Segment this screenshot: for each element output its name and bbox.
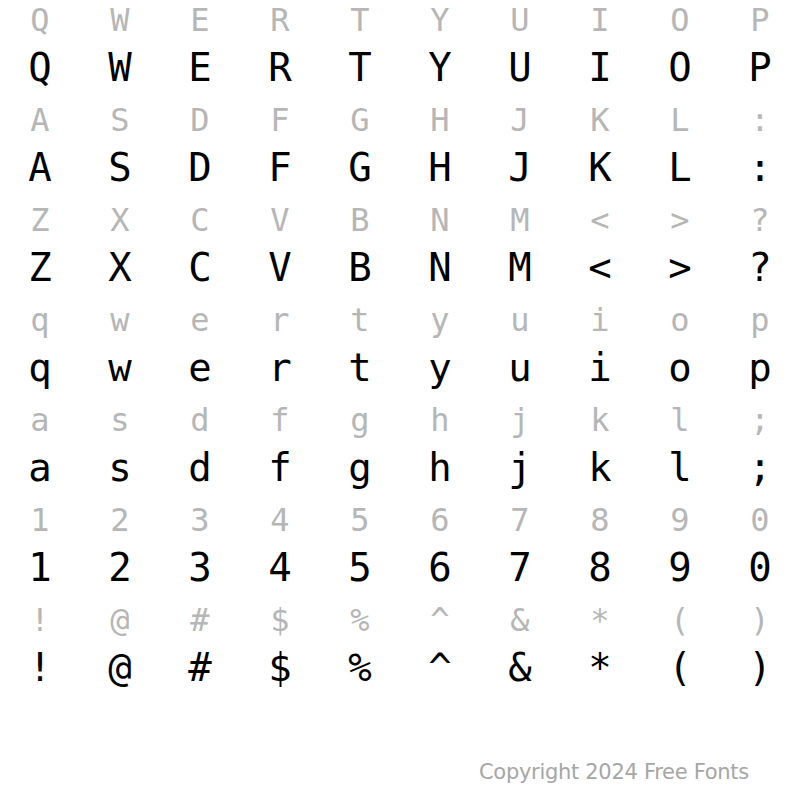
glyph-cell: g: [320, 400, 400, 440]
glyph-cell: k: [560, 440, 640, 500]
glyph-cell: I: [560, 40, 640, 100]
glyph-cell: G: [320, 140, 400, 200]
glyph-cell: j: [480, 440, 560, 500]
glyph-cell: K: [560, 140, 640, 200]
glyph-cell: t: [320, 300, 400, 340]
glyph-cell: H: [400, 100, 480, 140]
glyph-cell: 6: [400, 540, 480, 600]
glyph-cell: 1: [0, 540, 80, 600]
glyph-cell: k: [560, 400, 640, 440]
character-row-pair: qwertyuiopqwertyuiop: [0, 300, 800, 400]
glyph-cell: M: [480, 200, 560, 240]
character-row-large-black: ZXCVBNM<>?: [0, 240, 800, 300]
glyph-cell: I: [560, 0, 640, 40]
glyph-cell: w: [80, 300, 160, 340]
glyph-cell: R: [240, 40, 320, 100]
glyph-cell: N: [400, 200, 480, 240]
glyph-cell: Z: [0, 200, 80, 240]
character-row-pair: QWERTYUIOPQWERTYUIOP: [0, 0, 800, 100]
glyph-cell: 5: [320, 500, 400, 540]
glyph-cell: y: [400, 340, 480, 400]
glyph-cell: 7: [480, 500, 560, 540]
glyph-cell: Z: [0, 240, 80, 300]
character-row-small-gray: 1234567890: [0, 500, 800, 540]
glyph-cell: F: [240, 100, 320, 140]
glyph-cell: K: [560, 100, 640, 140]
glyph-cell: $: [240, 640, 320, 700]
glyph-cell: L: [640, 100, 720, 140]
glyph-cell: L: [640, 140, 720, 200]
glyph-cell: y: [400, 300, 480, 340]
character-row-small-gray: !@#$%^&*(): [0, 600, 800, 640]
glyph-cell: *: [560, 640, 640, 700]
character-row-pair: ASDFGHJKL:ASDFGHJKL:: [0, 100, 800, 200]
glyph-cell: ;: [720, 440, 800, 500]
glyph-cell: 0: [720, 500, 800, 540]
glyph-cell: P: [720, 40, 800, 100]
glyph-cell: u: [480, 340, 560, 400]
glyph-cell: a: [0, 440, 80, 500]
glyph-cell: :: [720, 100, 800, 140]
glyph-cell: >: [640, 200, 720, 240]
font-specimen-grid: QWERTYUIOPQWERTYUIOPASDFGHJKL:ASDFGHJKL:…: [0, 0, 800, 700]
character-row-small-gray: QWERTYUIOP: [0, 0, 800, 40]
glyph-cell: ;: [720, 400, 800, 440]
glyph-cell: H: [400, 140, 480, 200]
glyph-cell: r: [240, 340, 320, 400]
glyph-cell: &: [480, 640, 560, 700]
character-row-small-gray: ASDFGHJKL:: [0, 100, 800, 140]
glyph-cell: D: [160, 140, 240, 200]
glyph-cell: &: [480, 600, 560, 640]
glyph-cell: g: [320, 440, 400, 500]
glyph-cell: :: [720, 140, 800, 200]
glyph-cell: d: [160, 440, 240, 500]
glyph-cell: A: [0, 100, 80, 140]
glyph-cell: G: [320, 100, 400, 140]
glyph-cell: R: [240, 0, 320, 40]
character-row-small-gray: asdfghjkl;: [0, 400, 800, 440]
glyph-cell: 7: [480, 540, 560, 600]
glyph-cell: X: [80, 240, 160, 300]
glyph-cell: ): [720, 640, 800, 700]
glyph-cell: P: [720, 0, 800, 40]
glyph-cell: D: [160, 100, 240, 140]
character-row-small-gray: ZXCVBNM<>?: [0, 200, 800, 240]
glyph-cell: u: [480, 300, 560, 340]
glyph-cell: O: [640, 0, 720, 40]
glyph-cell: @: [80, 600, 160, 640]
glyph-cell: %: [320, 600, 400, 640]
character-row-large-black: !@#$%^&*(): [0, 640, 800, 700]
glyph-cell: E: [160, 0, 240, 40]
glyph-cell: W: [80, 40, 160, 100]
font-specimen-page: QWERTYUIOPQWERTYUIOPASDFGHJKL:ASDFGHJKL:…: [0, 0, 800, 800]
glyph-cell: ^: [400, 640, 480, 700]
glyph-cell: ): [720, 600, 800, 640]
glyph-cell: X: [80, 200, 160, 240]
glyph-cell: e: [160, 300, 240, 340]
glyph-cell: V: [240, 240, 320, 300]
glyph-cell: e: [160, 340, 240, 400]
glyph-cell: F: [240, 140, 320, 200]
glyph-cell: h: [400, 400, 480, 440]
glyph-cell: U: [480, 40, 560, 100]
glyph-cell: M: [480, 240, 560, 300]
glyph-cell: *: [560, 600, 640, 640]
glyph-cell: ^: [400, 600, 480, 640]
glyph-cell: q: [0, 300, 80, 340]
glyph-cell: B: [320, 200, 400, 240]
glyph-cell: A: [0, 140, 80, 200]
glyph-cell: 2: [80, 500, 160, 540]
glyph-cell: U: [480, 0, 560, 40]
glyph-cell: V: [240, 200, 320, 240]
glyph-cell: ?: [720, 200, 800, 240]
glyph-cell: 3: [160, 540, 240, 600]
glyph-cell: W: [80, 0, 160, 40]
glyph-cell: C: [160, 200, 240, 240]
glyph-cell: o: [640, 300, 720, 340]
character-row-pair: asdfghjkl;asdfghjkl;: [0, 400, 800, 500]
glyph-cell: !: [0, 600, 80, 640]
glyph-cell: #: [160, 600, 240, 640]
glyph-cell: 9: [640, 500, 720, 540]
glyph-cell: w: [80, 340, 160, 400]
glyph-cell: Y: [400, 40, 480, 100]
glyph-cell: 9: [640, 540, 720, 600]
glyph-cell: C: [160, 240, 240, 300]
character-row-pair: 12345678901234567890: [0, 500, 800, 600]
glyph-cell: 8: [560, 540, 640, 600]
glyph-cell: ?: [720, 240, 800, 300]
glyph-cell: J: [480, 100, 560, 140]
glyph-cell: i: [560, 300, 640, 340]
glyph-cell: a: [0, 400, 80, 440]
glyph-cell: #: [160, 640, 240, 700]
glyph-cell: o: [640, 340, 720, 400]
glyph-cell: 6: [400, 500, 480, 540]
character-row-large-black: asdfghjkl;: [0, 440, 800, 500]
glyph-cell: <: [560, 200, 640, 240]
glyph-cell: <: [560, 240, 640, 300]
glyph-cell: O: [640, 40, 720, 100]
glyph-cell: %: [320, 640, 400, 700]
glyph-cell: 1: [0, 500, 80, 540]
glyph-cell: E: [160, 40, 240, 100]
glyph-cell: J: [480, 140, 560, 200]
glyph-cell: Y: [400, 0, 480, 40]
glyph-cell: T: [320, 0, 400, 40]
glyph-cell: N: [400, 240, 480, 300]
glyph-cell: p: [720, 340, 800, 400]
copyright-text: Copyright 2024 Free Fonts: [479, 757, 749, 787]
glyph-cell: s: [80, 440, 160, 500]
character-row-small-gray: qwertyuiop: [0, 300, 800, 340]
glyph-cell: Q: [0, 0, 80, 40]
character-row-pair: !@#$%^&*()!@#$%^&*(): [0, 600, 800, 700]
glyph-cell: !: [0, 640, 80, 700]
glyph-cell: S: [80, 140, 160, 200]
glyph-cell: 5: [320, 540, 400, 600]
glyph-cell: 4: [240, 500, 320, 540]
glyph-cell: j: [480, 400, 560, 440]
glyph-cell: (: [640, 640, 720, 700]
glyph-cell: t: [320, 340, 400, 400]
glyph-cell: p: [720, 300, 800, 340]
character-row-large-black: 1234567890: [0, 540, 800, 600]
glyph-cell: >: [640, 240, 720, 300]
glyph-cell: 8: [560, 500, 640, 540]
glyph-cell: (: [640, 600, 720, 640]
glyph-cell: @: [80, 640, 160, 700]
glyph-cell: s: [80, 400, 160, 440]
glyph-cell: i: [560, 340, 640, 400]
glyph-cell: f: [240, 400, 320, 440]
glyph-cell: Q: [0, 40, 80, 100]
glyph-cell: 0: [720, 540, 800, 600]
character-row-large-black: ASDFGHJKL:: [0, 140, 800, 200]
glyph-cell: T: [320, 40, 400, 100]
character-row-pair: ZXCVBNM<>?ZXCVBNM<>?: [0, 200, 800, 300]
glyph-cell: $: [240, 600, 320, 640]
glyph-cell: f: [240, 440, 320, 500]
glyph-cell: r: [240, 300, 320, 340]
glyph-cell: l: [640, 440, 720, 500]
glyph-cell: d: [160, 400, 240, 440]
glyph-cell: h: [400, 440, 480, 500]
glyph-cell: S: [80, 100, 160, 140]
glyph-cell: q: [0, 340, 80, 400]
glyph-cell: 4: [240, 540, 320, 600]
glyph-cell: l: [640, 400, 720, 440]
glyph-cell: 3: [160, 500, 240, 540]
character-row-large-black: QWERTYUIOP: [0, 40, 800, 100]
glyph-cell: B: [320, 240, 400, 300]
character-row-large-black: qwertyuiop: [0, 340, 800, 400]
glyph-cell: 2: [80, 540, 160, 600]
